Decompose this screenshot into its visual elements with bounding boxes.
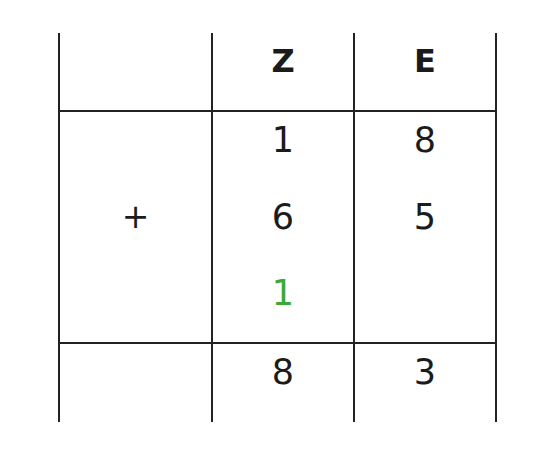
cell-empty-carry-ones (355, 266, 497, 344)
place-value-table: Z E 1 8 + 6 5 1 8 3 (58, 33, 497, 422)
cell-empty-addend1-operator (58, 112, 213, 189)
worksheet-canvas: Z E 1 8 + 6 5 1 8 3 (0, 0, 550, 455)
addend1-ones-digit: 8 (355, 112, 497, 189)
header-ones-e: E (355, 33, 497, 112)
cell-empty-carry-operator (58, 266, 213, 344)
cell-empty-sum-operator (58, 344, 213, 422)
addend1-tens-digit: 1 (213, 112, 355, 189)
addend2-tens-digit: 6 (213, 189, 355, 266)
header-tens-z: Z (213, 33, 355, 112)
sum-tens-digit: 8 (213, 344, 355, 422)
plus-operator: + (58, 189, 213, 266)
sum-ones-digit: 3 (355, 344, 497, 422)
carry-tens-digit: 1 (213, 266, 355, 344)
addend2-ones-digit: 5 (355, 189, 497, 266)
cell-corner-empty (58, 33, 213, 112)
